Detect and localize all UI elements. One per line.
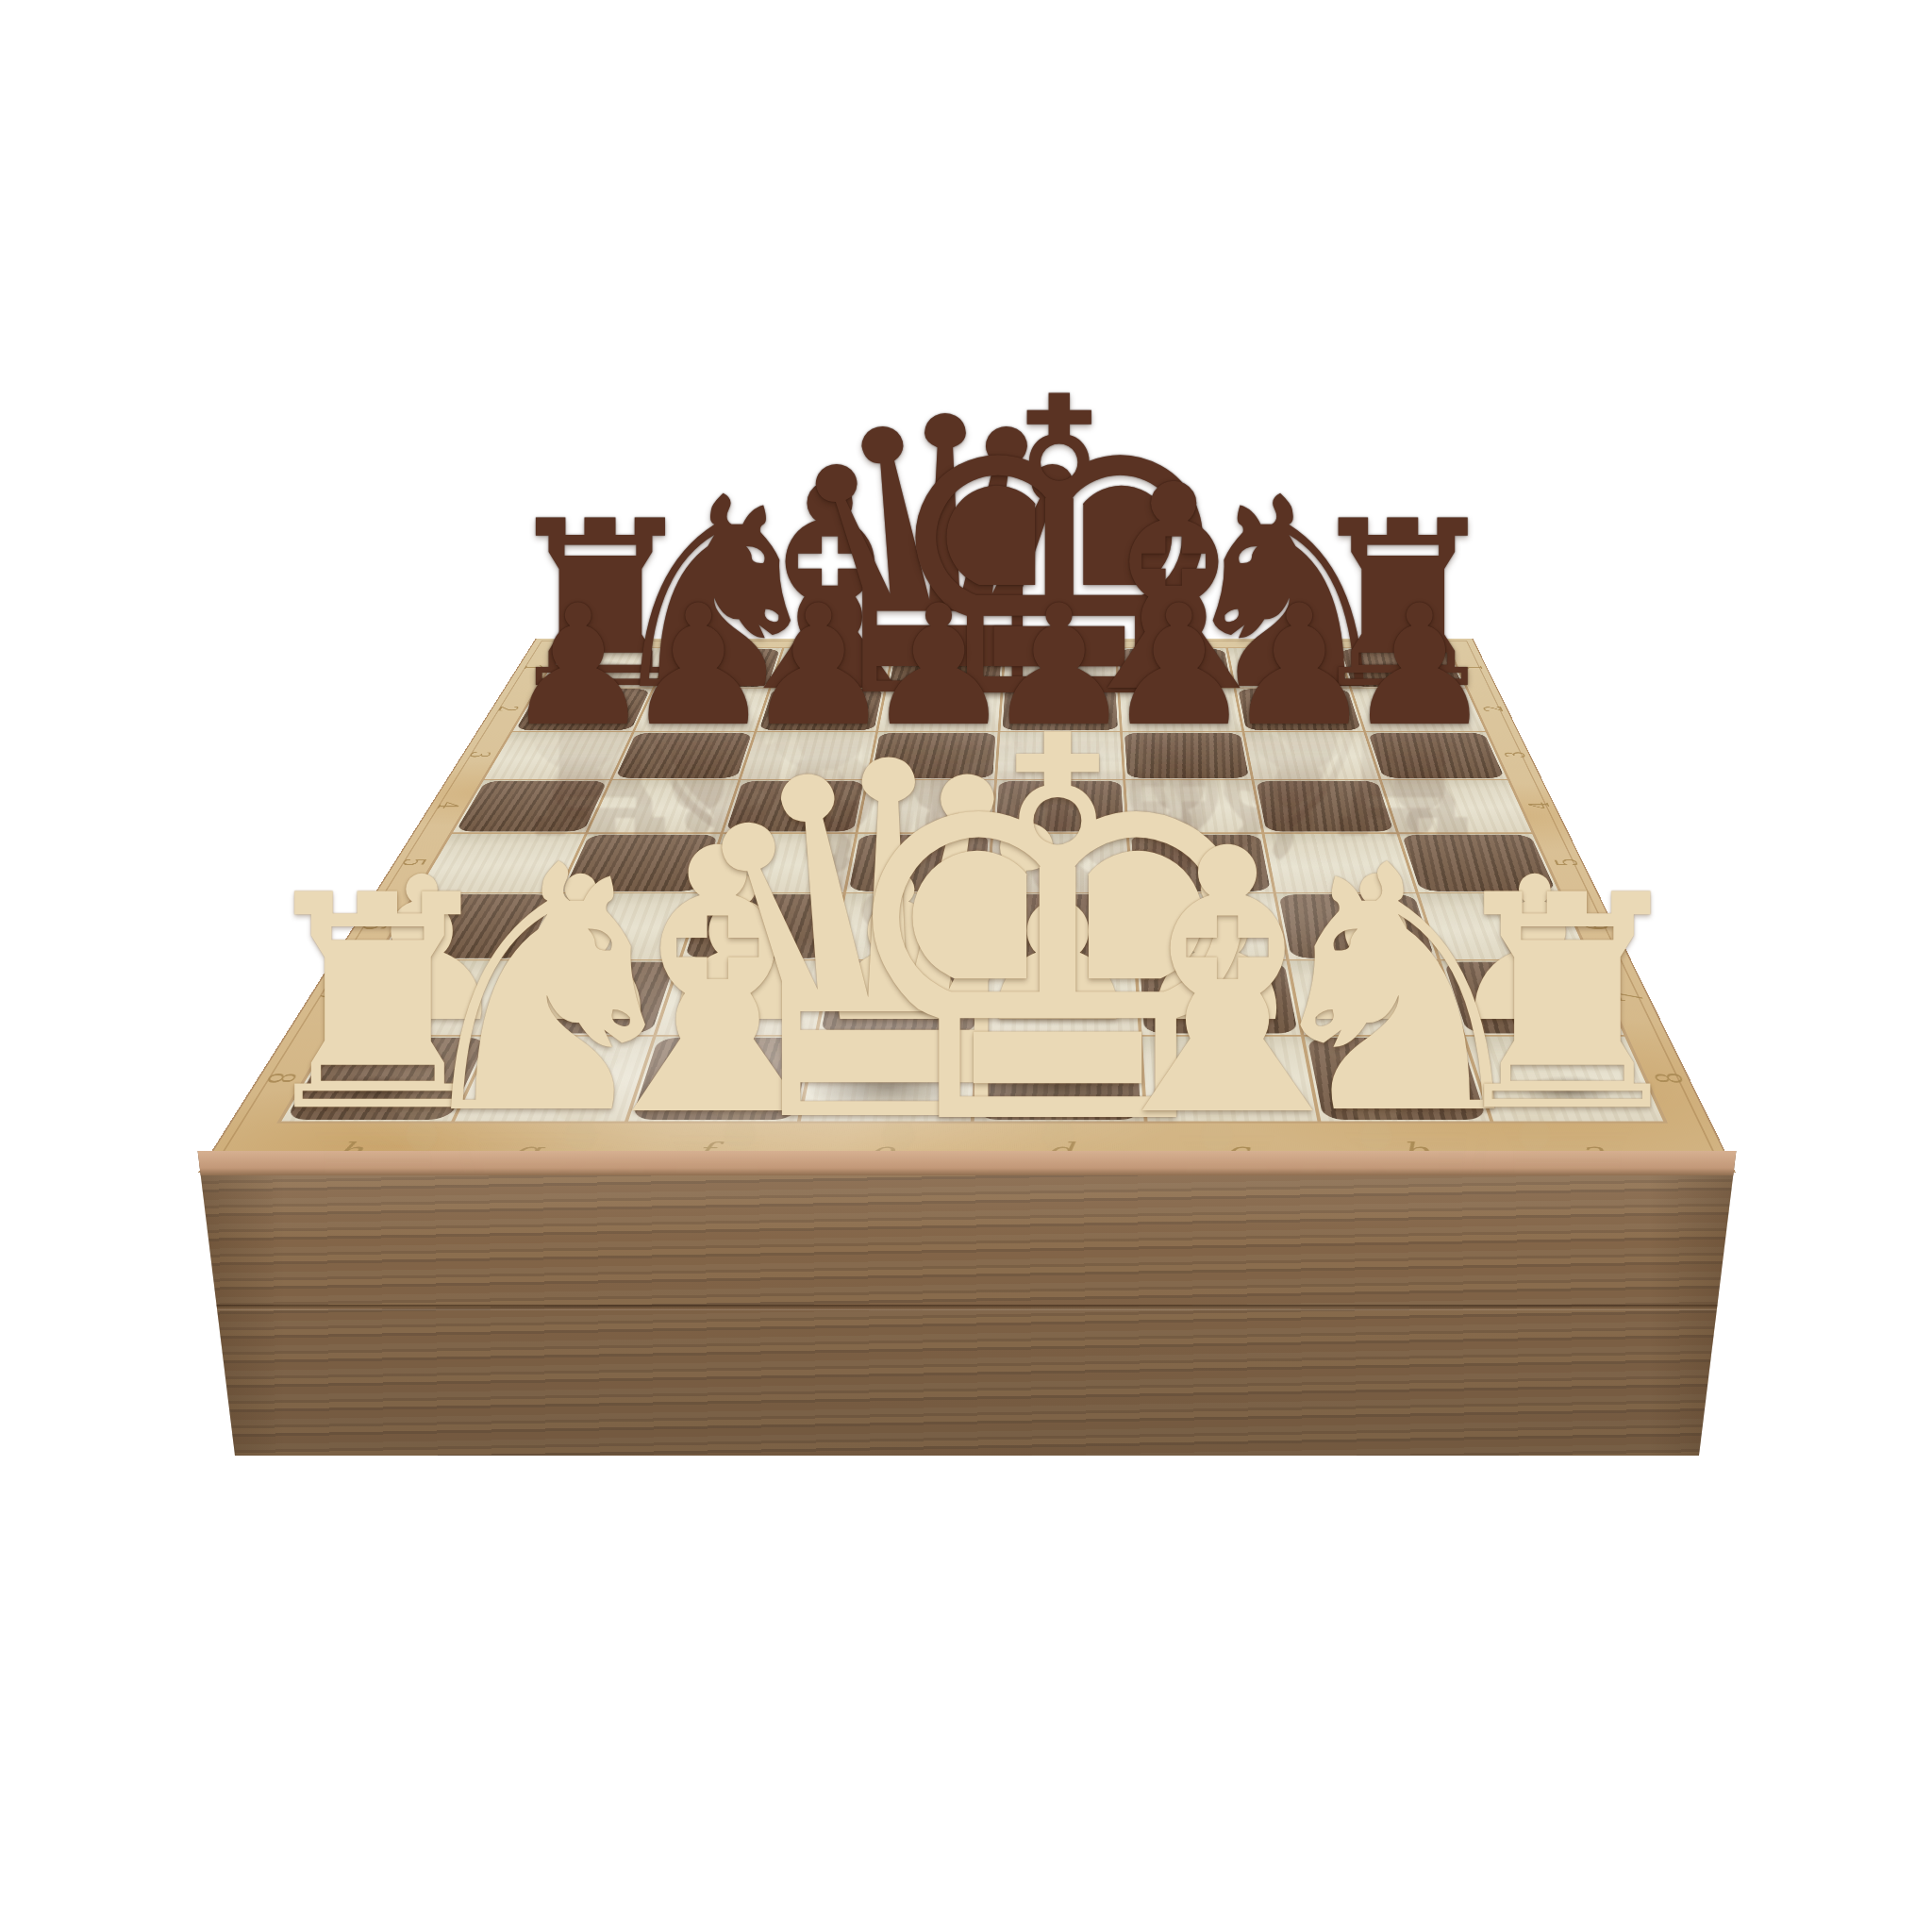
square-f1[interactable] (771, 648, 892, 687)
rank-label-right-1: 1 (1458, 664, 1489, 670)
square-f4[interactable] (724, 780, 866, 833)
square-e5[interactable] (846, 834, 991, 892)
square-b8[interactable] (1304, 1037, 1490, 1122)
square-e7[interactable] (818, 960, 981, 1035)
rank-label-right-8: 8 (1646, 1073, 1692, 1084)
square-b4[interactable] (1254, 780, 1396, 833)
square-f3[interactable] (741, 732, 875, 779)
square-h2[interactable] (513, 688, 652, 730)
rank-label-right-6: 6 (1576, 921, 1616, 929)
square-d6[interactable] (985, 893, 1134, 959)
square-g3[interactable] (612, 732, 754, 779)
square-d4[interactable] (993, 780, 1125, 833)
square-f8[interactable] (627, 1037, 814, 1122)
square-c1[interactable] (1117, 648, 1233, 687)
rank-label-left-6: 6 (355, 921, 396, 929)
square-g4[interactable] (588, 780, 738, 833)
rank-label-left-7: 7 (309, 992, 354, 1003)
square-e8[interactable] (801, 1037, 976, 1122)
square-b3[interactable] (1244, 732, 1379, 779)
rank-label-right-5: 5 (1548, 858, 1586, 866)
square-g1[interactable] (655, 648, 781, 687)
square-d7[interactable] (980, 960, 1139, 1035)
square-b6[interactable] (1276, 893, 1438, 959)
square-e6[interactable] (833, 893, 986, 959)
rank-label-left-4: 4 (430, 802, 466, 809)
square-h3[interactable] (485, 732, 632, 779)
square-f7[interactable] (657, 960, 830, 1035)
square-d8[interactable] (974, 1037, 1144, 1122)
square-e3[interactable] (869, 732, 998, 779)
chess-board-top: hgfedcba1122334455667788 (198, 639, 1736, 1173)
square-a3[interactable] (1366, 732, 1507, 779)
square-d5[interactable] (990, 834, 1129, 892)
square-h8[interactable] (281, 1037, 490, 1122)
square-c6[interactable] (1133, 893, 1286, 959)
square-b2[interactable] (1236, 688, 1363, 730)
rank-label-left-1: 1 (518, 664, 548, 670)
product-photo: hgfedcba1122334455667788 ♜♞♝♛♚♝♞♜♟♟♟♟♟♟♟… (0, 0, 1932, 1932)
square-h4[interactable] (453, 780, 609, 833)
rank-label-left-3: 3 (463, 752, 497, 758)
square-e2[interactable] (878, 688, 1001, 730)
rank-label-right-4: 4 (1522, 802, 1557, 809)
square-g7[interactable] (494, 960, 677, 1035)
square-g6[interactable] (529, 893, 700, 959)
rank-label-right-7: 7 (1609, 992, 1652, 1003)
board-perspective-wrap: hgfedcba1122334455667788 (0, 0, 1932, 1932)
rank-label-left-2: 2 (491, 706, 524, 711)
rank-label-left-8: 8 (258, 1073, 305, 1084)
square-f6[interactable] (681, 893, 843, 959)
square-c3[interactable] (1123, 732, 1251, 779)
square-b1[interactable] (1228, 648, 1350, 687)
square-f2[interactable] (757, 688, 885, 730)
square-d1[interactable] (1004, 648, 1117, 687)
rank-label-left-5: 5 (394, 858, 433, 866)
square-g5[interactable] (560, 834, 720, 892)
square-c7[interactable] (1137, 960, 1300, 1035)
square-h6[interactable] (377, 893, 557, 959)
square-b5[interactable] (1264, 834, 1416, 892)
square-d3[interactable] (997, 732, 1123, 779)
rank-label-right-2: 2 (1477, 706, 1508, 711)
square-h7[interactable] (333, 960, 526, 1035)
square-c4[interactable] (1125, 780, 1261, 833)
square-a8[interactable] (1466, 1037, 1663, 1122)
square-h5[interactable] (417, 834, 584, 892)
square-a7[interactable] (1441, 960, 1624, 1035)
rank-label-right-3: 3 (1498, 752, 1531, 758)
wooden-box-front (192, 1151, 1742, 1456)
square-f5[interactable] (704, 834, 856, 892)
square-g2[interactable] (635, 688, 769, 730)
square-a1[interactable] (1339, 648, 1465, 687)
chess-board-grid (276, 647, 1668, 1123)
box-lid-seam (192, 1305, 1742, 1310)
board-front-edge (192, 1151, 1742, 1175)
square-a5[interactable] (1400, 834, 1559, 892)
square-c8[interactable] (1141, 1037, 1317, 1122)
square-a4[interactable] (1382, 780, 1531, 833)
square-a6[interactable] (1419, 893, 1589, 959)
square-a2[interactable] (1352, 688, 1485, 730)
square-e1[interactable] (887, 648, 1003, 687)
square-c2[interactable] (1120, 688, 1241, 730)
square-c5[interactable] (1129, 834, 1273, 892)
square-b7[interactable] (1289, 960, 1461, 1035)
square-h1[interactable] (539, 648, 671, 687)
square-e4[interactable] (858, 780, 994, 833)
square-d2[interactable] (1000, 688, 1119, 730)
